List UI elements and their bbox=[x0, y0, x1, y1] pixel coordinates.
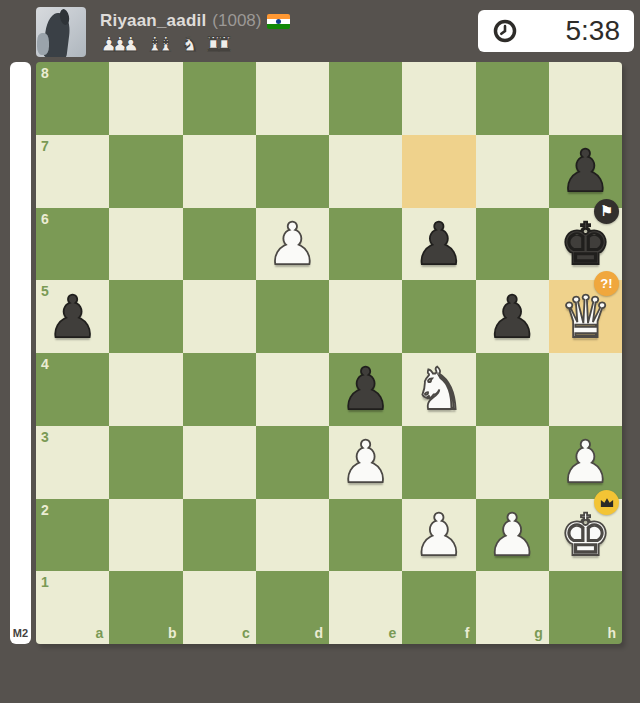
india-flag-icon bbox=[267, 14, 290, 29]
square-d1[interactable]: d bbox=[256, 571, 329, 644]
rank-label-7: 7 bbox=[41, 138, 49, 154]
evaluation-label: M2 bbox=[10, 627, 31, 639]
square-g8[interactable] bbox=[476, 62, 549, 135]
pawn-glyph: ♟ bbox=[559, 142, 611, 200]
square-b2[interactable] bbox=[109, 499, 182, 572]
file-label-h: h bbox=[607, 625, 616, 641]
square-c4[interactable] bbox=[183, 353, 256, 426]
square-f8[interactable] bbox=[402, 62, 475, 135]
pawn-glyph: ♟ bbox=[47, 288, 99, 346]
square-a7[interactable]: 7 bbox=[36, 135, 109, 208]
pawn-glyph: ♟ bbox=[266, 215, 318, 273]
square-f7[interactable] bbox=[402, 135, 475, 208]
black-pawn-f6[interactable]: ♟ bbox=[402, 208, 475, 281]
square-d3[interactable] bbox=[256, 426, 329, 499]
pawn-glyph: ♟ bbox=[340, 360, 392, 418]
square-g7[interactable] bbox=[476, 135, 549, 208]
white-king-h2[interactable]: ♚ bbox=[549, 499, 622, 572]
queen-glyph: ♛ bbox=[559, 288, 611, 346]
square-d4[interactable] bbox=[256, 353, 329, 426]
black-pawn-a5[interactable]: ♟ bbox=[36, 280, 109, 353]
black-pawn-e4[interactable]: ♟ bbox=[329, 353, 402, 426]
white-knight-f4[interactable]: ♞ bbox=[402, 353, 475, 426]
square-a1[interactable]: 1a bbox=[36, 571, 109, 644]
square-c7[interactable] bbox=[183, 135, 256, 208]
square-f1[interactable]: f bbox=[402, 571, 475, 644]
square-c1[interactable]: c bbox=[183, 571, 256, 644]
rank-label-8: 8 bbox=[41, 65, 49, 81]
square-g1[interactable]: g bbox=[476, 571, 549, 644]
square-d8[interactable] bbox=[256, 62, 329, 135]
square-f3[interactable] bbox=[402, 426, 475, 499]
pawn-glyph: ♟ bbox=[559, 433, 611, 491]
square-g3[interactable] bbox=[476, 426, 549, 499]
captured-white-pieces-group: ♟♟♟ bbox=[100, 33, 140, 55]
square-d2[interactable] bbox=[256, 499, 329, 572]
inaccuracy-badge-icon: ?! bbox=[594, 271, 619, 296]
top-clock-time: 5:38 bbox=[566, 15, 621, 47]
clock-icon bbox=[492, 18, 518, 44]
square-a4[interactable]: 4 bbox=[36, 353, 109, 426]
rank-label-4: 4 bbox=[41, 356, 49, 372]
pawn-glyph: ♟ bbox=[486, 288, 538, 346]
top-player-name[interactable]: Riyaan_aadil bbox=[100, 11, 206, 31]
file-label-e: e bbox=[388, 625, 396, 641]
square-b6[interactable] bbox=[109, 208, 182, 281]
square-a3[interactable]: 3 bbox=[36, 426, 109, 499]
top-player-clock: 5:38 bbox=[478, 10, 634, 52]
file-label-a: a bbox=[95, 625, 103, 641]
file-label-b: b bbox=[168, 625, 177, 641]
square-e2[interactable] bbox=[329, 499, 402, 572]
square-c6[interactable] bbox=[183, 208, 256, 281]
pawn-glyph: ♟ bbox=[413, 215, 465, 273]
square-f5[interactable] bbox=[402, 280, 475, 353]
square-a2[interactable]: 2 bbox=[36, 499, 109, 572]
square-d5[interactable] bbox=[256, 280, 329, 353]
square-g6[interactable] bbox=[476, 208, 549, 281]
white-pawn-d6[interactable]: ♟ bbox=[256, 208, 329, 281]
square-h4[interactable] bbox=[549, 353, 622, 426]
winner-badge-icon bbox=[594, 490, 619, 515]
black-king-h6[interactable]: ♚⚑ bbox=[549, 208, 622, 281]
square-c2[interactable] bbox=[183, 499, 256, 572]
file-label-g: g bbox=[534, 625, 543, 641]
black-pawn-g5[interactable]: ♟ bbox=[476, 280, 549, 353]
rank-label-1: 1 bbox=[41, 574, 49, 590]
captured-white-pieces-group: ♝♝ bbox=[146, 33, 175, 55]
square-a8[interactable]: 8 bbox=[36, 62, 109, 135]
square-b8[interactable] bbox=[109, 62, 182, 135]
square-b7[interactable] bbox=[109, 135, 182, 208]
square-d7[interactable] bbox=[256, 135, 329, 208]
square-a6[interactable]: 6 bbox=[36, 208, 109, 281]
black-pawn-h7[interactable]: ♟ bbox=[549, 135, 622, 208]
square-h8[interactable] bbox=[549, 62, 622, 135]
rank-label-6: 6 bbox=[41, 211, 49, 227]
square-b4[interactable] bbox=[109, 353, 182, 426]
square-b3[interactable] bbox=[109, 426, 182, 499]
captured-white-pieces-group: ♜♜ bbox=[205, 33, 234, 55]
file-label-d: d bbox=[314, 625, 323, 641]
pawn-glyph: ♟ bbox=[413, 506, 465, 564]
captured-white-pieces-group: ♞ bbox=[181, 33, 199, 55]
white-pawn-f2[interactable]: ♟ bbox=[402, 499, 475, 572]
bottom-player-bar: satriotomo (1003) ♟♟♟♝♝♞♞♜♜♛+12 0:44 bbox=[0, 644, 640, 703]
square-e5[interactable] bbox=[329, 280, 402, 353]
file-label-c: c bbox=[242, 625, 250, 641]
white-queen-h5[interactable]: ♛?! bbox=[549, 280, 622, 353]
square-c8[interactable] bbox=[183, 62, 256, 135]
square-e6[interactable] bbox=[329, 208, 402, 281]
pawn-glyph: ♟ bbox=[340, 433, 392, 491]
square-g4[interactable] bbox=[476, 353, 549, 426]
rank-label-2: 2 bbox=[41, 502, 49, 518]
top-captured-pieces: ♟♟♟♝♝♞♜♜ bbox=[100, 33, 290, 55]
knight-glyph: ♞ bbox=[413, 360, 465, 418]
square-e7[interactable] bbox=[329, 135, 402, 208]
evaluation-bar: M2 bbox=[10, 62, 31, 644]
rank-label-3: 3 bbox=[41, 429, 49, 445]
white-pawn-e3[interactable]: ♟ bbox=[329, 426, 402, 499]
king-glyph: ♚ bbox=[559, 215, 611, 273]
top-player-rating: (1008) bbox=[212, 11, 261, 31]
flag-badge-icon: ⚑ bbox=[594, 199, 619, 224]
pawn-glyph: ♟ bbox=[486, 506, 538, 564]
square-b1[interactable]: b bbox=[109, 571, 182, 644]
square-h1[interactable]: h bbox=[549, 571, 622, 644]
white-pawn-g2[interactable]: ♟ bbox=[476, 499, 549, 572]
chess-board: 87654321abcdefgh♟♟♟♚⚑♟♟♛?!♟♞♟♟♟♟♚ bbox=[36, 62, 622, 644]
top-player-avatar[interactable] bbox=[36, 7, 86, 57]
avatar-photo-shape bbox=[37, 33, 49, 55]
king-glyph: ♚ bbox=[559, 506, 611, 564]
square-e8[interactable] bbox=[329, 62, 402, 135]
square-e1[interactable]: e bbox=[329, 571, 402, 644]
square-b5[interactable] bbox=[109, 280, 182, 353]
top-player-info: Riyaan_aadil (1008) ♟♟♟♝♝♞♜♜ bbox=[100, 11, 290, 55]
file-label-f: f bbox=[465, 625, 470, 641]
square-c3[interactable] bbox=[183, 426, 256, 499]
white-pawn-h3[interactable]: ♟ bbox=[549, 426, 622, 499]
top-player-bar: Riyaan_aadil (1008) ♟♟♟♝♝♞♜♜ 5:38 bbox=[0, 0, 640, 62]
square-c5[interactable] bbox=[183, 280, 256, 353]
